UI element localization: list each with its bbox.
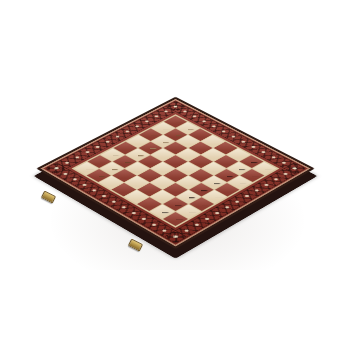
piece-glyph: ♜ (153, 197, 199, 222)
piece-glyph: ♟ (77, 159, 121, 178)
chess-set-photo: ♜♟♟♜♞♟♟♞♝♟♟♝♛♟♟♛♚♟♟♚♝♟♟♝♞♟♟♞♜♟♟♜ (0, 0, 350, 350)
square-g4[interactable] (125, 176, 149, 189)
